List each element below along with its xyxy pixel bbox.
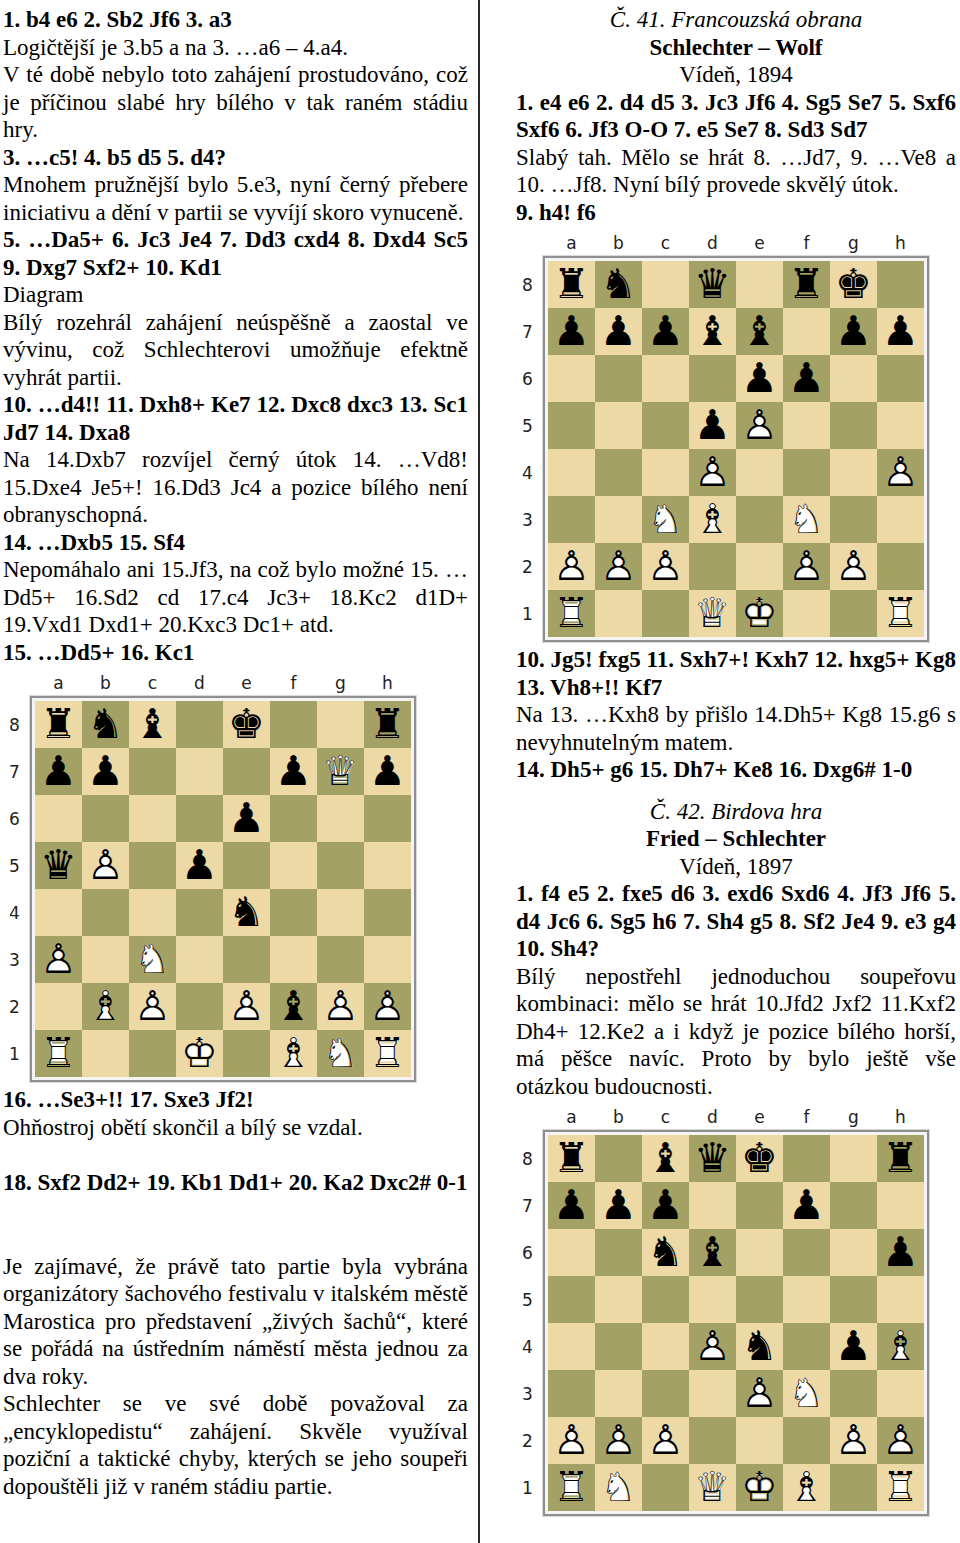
rank-label-5: 5 [518, 402, 543, 449]
square-d8: ♛ [689, 1135, 736, 1182]
file-label-e: e [736, 235, 783, 256]
commentary: Ohňostroj obětí skončil a bílý se vzdal. [3, 1114, 468, 1142]
white-king-icon: ♚♔ [736, 1464, 783, 1511]
white-pawn-icon: ♟♙ [689, 449, 736, 496]
square-g1: ♞♘ [317, 1030, 364, 1077]
move-line: 10. …d4!! 11. Dxh8+ Ke7 12. Dxc8 dxc3 13… [3, 391, 468, 446]
white-rook-icon: ♜♖ [548, 590, 595, 637]
commentary: Bílý rozehrál zahájení neúspěšně a zaost… [3, 309, 468, 392]
file-label-c: c [129, 675, 176, 696]
square-b6 [595, 355, 642, 402]
black-rook-icon: ♜ [877, 1135, 924, 1182]
square-a7: ♟ [548, 1182, 595, 1229]
black-knight-icon: ♞ [642, 1229, 689, 1276]
black-pawn-icon: ♟ [689, 402, 736, 449]
black-pawn-icon: ♟ [642, 1182, 689, 1229]
game-number-heading: Č. 41. Francouzská obrana [516, 6, 956, 34]
file-label-b: b [595, 235, 642, 256]
square-h3 [877, 1370, 924, 1417]
white-pawn-icon: ♟♙ [548, 1417, 595, 1464]
square-g2: ♟♙ [830, 1417, 877, 1464]
move-line: 18. Sxf2 Dd2+ 19. Kb1 Dd1+ 20. Ka2 Dxc2#… [3, 1169, 468, 1197]
black-pawn-icon: ♟ [548, 1182, 595, 1229]
square-h3 [877, 496, 924, 543]
file-labels: abcdefgh [548, 230, 956, 256]
square-b2: ♝♗ [82, 983, 129, 1030]
square-f8 [783, 1135, 830, 1182]
black-pawn-icon: ♟ [877, 308, 924, 355]
square-f1 [783, 590, 830, 637]
file-label-f: f [783, 235, 830, 256]
square-h6: ♟ [877, 1229, 924, 1276]
square-b7: ♟ [82, 748, 129, 795]
rank-labels: 87654321 [518, 1130, 543, 1516]
square-d4: ♟♙ [689, 1323, 736, 1370]
white-bishop-icon: ♝♗ [270, 1030, 317, 1077]
black-pawn-icon: ♟ [223, 795, 270, 842]
square-c4 [129, 889, 176, 936]
square-d2 [176, 983, 223, 1030]
square-d7 [176, 748, 223, 795]
result-line: 14. Dh5+ g6 15. Dh7+ Ke8 16. Dxg6# 1-0 [516, 756, 956, 784]
white-pawn-icon: ♟♙ [548, 543, 595, 590]
rank-label-6: 6 [518, 355, 543, 402]
commentary: Je zajímavé, že právě tato partie byla v… [3, 1253, 468, 1391]
white-pawn-icon: ♟♙ [642, 1417, 689, 1464]
square-b2: ♟♙ [595, 1417, 642, 1464]
square-e3 [223, 936, 270, 983]
square-g7: ♛♕ [317, 748, 364, 795]
square-g5 [317, 842, 364, 889]
white-bishop-icon: ♝♗ [783, 1464, 830, 1511]
square-g5 [830, 1276, 877, 1323]
white-pawn-icon: ♟♙ [223, 983, 270, 1030]
rank-label-6: 6 [5, 795, 30, 842]
black-rook-icon: ♜ [548, 261, 595, 308]
square-e3 [736, 496, 783, 543]
file-label-e: e [736, 1109, 783, 1130]
white-pawn-icon: ♟♙ [317, 983, 364, 1030]
white-pawn-icon: ♟♙ [877, 1417, 924, 1464]
rank-labels: 87654321 [518, 256, 543, 642]
white-pawn-icon: ♟♙ [595, 543, 642, 590]
square-f2 [783, 1417, 830, 1464]
white-queen-icon: ♛♕ [689, 1464, 736, 1511]
rank-label-2: 2 [5, 983, 30, 1030]
file-label-b: b [82, 675, 129, 696]
square-a8: ♜ [35, 701, 82, 748]
square-e1: ♚♔ [736, 1464, 783, 1511]
square-g4 [317, 889, 364, 936]
square-c3: ♞♘ [642, 496, 689, 543]
rank-label-1: 1 [518, 1464, 543, 1511]
move-line: 3. …c5! 4. b5 d5 5. d4? [3, 144, 468, 172]
square-b3 [82, 936, 129, 983]
white-queen-icon: ♛♕ [689, 590, 736, 637]
square-e1: ♚♔ [736, 590, 783, 637]
white-rook-icon: ♜♖ [364, 1030, 411, 1077]
square-h5 [364, 842, 411, 889]
left-column: 1. b4 e6 2. Sb2 Jf6 3. a3 Logičtější je … [3, 0, 468, 1500]
square-f1: ♝♗ [270, 1030, 317, 1077]
square-a1: ♜♖ [548, 590, 595, 637]
square-e8 [736, 261, 783, 308]
square-h4 [364, 889, 411, 936]
square-b6 [595, 1229, 642, 1276]
square-b2: ♟♙ [595, 543, 642, 590]
square-e4 [736, 449, 783, 496]
square-f5 [783, 1276, 830, 1323]
white-pawn-icon: ♟♙ [830, 1417, 877, 1464]
square-h4: ♝♗ [877, 1323, 924, 1370]
white-rook-icon: ♜♖ [877, 590, 924, 637]
square-b5 [595, 1276, 642, 1323]
square-e6 [736, 1229, 783, 1276]
square-e4: ♞ [223, 889, 270, 936]
white-king-icon: ♚♔ [736, 590, 783, 637]
square-h1: ♜♖ [364, 1030, 411, 1077]
square-d4: ♟♙ [689, 449, 736, 496]
white-pawn-icon: ♟♙ [689, 1323, 736, 1370]
file-label-d: d [689, 235, 736, 256]
square-d5 [689, 1276, 736, 1323]
square-a3 [548, 496, 595, 543]
file-label-h: h [877, 235, 924, 256]
right-column: Č. 41. Francouzská obrana Schlechter – W… [516, 0, 956, 1520]
square-c8 [642, 261, 689, 308]
square-d1: ♛♕ [689, 1464, 736, 1511]
square-c6 [642, 355, 689, 402]
commentary: Mnohem pružnější bylo 5.e3, nyní černý p… [3, 171, 468, 226]
square-d2 [689, 1417, 736, 1464]
square-f1: ♝♗ [783, 1464, 830, 1511]
square-e5 [736, 1276, 783, 1323]
white-knight-icon: ♞♘ [783, 1370, 830, 1417]
black-queen-icon: ♛ [689, 1135, 736, 1182]
square-e8: ♚ [223, 701, 270, 748]
square-a5: ♛ [35, 842, 82, 889]
square-a4 [35, 889, 82, 936]
square-c8: ♝ [642, 1135, 689, 1182]
black-bishop-icon: ♝ [642, 1135, 689, 1182]
square-e3: ♟♙ [736, 1370, 783, 1417]
white-pawn-icon: ♟♙ [595, 1417, 642, 1464]
square-e6: ♟ [223, 795, 270, 842]
white-pawn-icon: ♟♙ [877, 449, 924, 496]
square-c6 [129, 795, 176, 842]
white-knight-icon: ♞♘ [642, 496, 689, 543]
square-f7 [783, 308, 830, 355]
black-knight-icon: ♞ [595, 261, 642, 308]
move-line: 10. Jg5! fxg5 11. Sxh7+! Kxh7 12. hxg5+ … [516, 646, 956, 701]
square-c2: ♟♙ [642, 543, 689, 590]
square-g4 [830, 449, 877, 496]
file-label-a: a [548, 235, 595, 256]
white-bishop-icon: ♝♗ [82, 983, 129, 1030]
square-c8: ♝ [129, 701, 176, 748]
black-knight-icon: ♞ [82, 701, 129, 748]
square-h2: ♟♙ [364, 983, 411, 1030]
move-line: 16. …Se3+!! 17. Sxe3 Jf2! [3, 1086, 468, 1114]
chess-diagram-1: abcdefgh87654321♜♞♝♚♜♟♟♟♛♕♟♟♛♟♙♟♞♟♙♞♘♝♗♟… [5, 670, 468, 1082]
square-h7 [877, 1182, 924, 1229]
square-f2: ♟♙ [783, 543, 830, 590]
square-c5 [642, 402, 689, 449]
white-rook-icon: ♜♖ [548, 1464, 595, 1511]
black-pawn-icon: ♟ [830, 308, 877, 355]
square-e7: ♝ [736, 308, 783, 355]
move-line: 1. f4 e5 2. fxe5 d6 3. exd6 Sxd6 4. Jf3 … [516, 880, 956, 963]
rank-label-3: 3 [518, 496, 543, 543]
square-b8 [595, 1135, 642, 1182]
square-a2: ♟♙ [548, 543, 595, 590]
square-c1 [642, 590, 689, 637]
file-label-h: h [877, 1109, 924, 1130]
white-pawn-icon: ♟♙ [82, 842, 129, 889]
square-h7: ♟ [877, 308, 924, 355]
square-d1: ♚♔ [176, 1030, 223, 1077]
venue-line: Vídeň, 1894 [516, 61, 956, 89]
rank-label-5: 5 [518, 1276, 543, 1323]
square-d3 [689, 1370, 736, 1417]
chess-diagram-3: abcdefgh87654321♜♝♛♚♜♟♟♟♟♞♝♟♟♙♞♟♝♗♟♙♞♘♟♙… [518, 1104, 956, 1516]
square-a5 [548, 402, 595, 449]
black-bishop-icon: ♝ [736, 308, 783, 355]
black-pawn-icon: ♟ [783, 355, 830, 402]
black-bishop-icon: ♝ [689, 308, 736, 355]
square-g2: ♟♙ [830, 543, 877, 590]
square-c7: ♟ [642, 308, 689, 355]
square-g6 [830, 1229, 877, 1276]
board-grid: ♜♝♛♚♜♟♟♟♟♞♝♟♟♙♞♟♝♗♟♙♞♘♟♙♟♙♟♙♟♙♟♙♜♖♞♘♛♕♚♔… [543, 1130, 929, 1516]
square-f7: ♟ [270, 748, 317, 795]
square-a1: ♜♖ [35, 1030, 82, 1077]
square-d5: ♟ [689, 402, 736, 449]
square-f5 [783, 402, 830, 449]
black-queen-icon: ♛ [35, 842, 82, 889]
rank-label-3: 3 [5, 936, 30, 983]
file-label-c: c [642, 1109, 689, 1130]
white-king-icon: ♚♔ [176, 1030, 223, 1077]
rank-label-2: 2 [518, 1417, 543, 1464]
black-queen-icon: ♛ [689, 261, 736, 308]
black-bishop-icon: ♝ [689, 1229, 736, 1276]
square-c2: ♟♙ [642, 1417, 689, 1464]
square-c7 [129, 748, 176, 795]
square-a6 [548, 355, 595, 402]
white-pawn-icon: ♟♙ [129, 983, 176, 1030]
black-bishop-icon: ♝ [129, 701, 176, 748]
column-divider [478, 0, 480, 1543]
square-e6: ♟ [736, 355, 783, 402]
file-label-c: c [642, 235, 689, 256]
rank-label-8: 8 [518, 1135, 543, 1182]
square-h5 [877, 1276, 924, 1323]
white-pawn-icon: ♟♙ [736, 402, 783, 449]
file-label-f: f [783, 1109, 830, 1130]
rank-label-4: 4 [518, 1323, 543, 1370]
file-label-h: h [364, 675, 411, 696]
rank-labels: 87654321 [5, 696, 30, 1082]
square-f4 [783, 1323, 830, 1370]
square-d4 [176, 889, 223, 936]
commentary: Schlechter se ve své době považoval za „… [3, 1390, 468, 1500]
square-f2: ♝ [270, 983, 317, 1030]
file-label-d: d [176, 675, 223, 696]
square-g4: ♟ [830, 1323, 877, 1370]
file-labels: abcdefgh [35, 670, 468, 696]
square-h8: ♜ [364, 701, 411, 748]
white-pawn-icon: ♟♙ [736, 1370, 783, 1417]
rank-label-4: 4 [518, 449, 543, 496]
commentary: Logičtější je 3.b5 a na 3. …a6 – 4.a4. [3, 34, 468, 62]
square-c5 [642, 1276, 689, 1323]
white-rook-icon: ♜♖ [35, 1030, 82, 1077]
commentary: Na 14.Dxb7 rozvíjel černý útok 14. …Vd8!… [3, 446, 468, 529]
square-d6 [689, 355, 736, 402]
black-pawn-icon: ♟ [877, 1229, 924, 1276]
commentary: V té době nebylo toto zahájení prostudov… [3, 61, 468, 144]
square-b4 [595, 1323, 642, 1370]
square-f7: ♟ [783, 1182, 830, 1229]
square-d5: ♟ [176, 842, 223, 889]
file-label-d: d [689, 1109, 736, 1130]
black-rook-icon: ♜ [35, 701, 82, 748]
square-c1 [642, 1464, 689, 1511]
square-a8: ♜ [548, 1135, 595, 1182]
board-grid: ♜♞♛♜♚♟♟♟♝♝♟♟♟♟♟♟♙♟♙♟♙♞♘♝♗♞♘♟♙♟♙♟♙♟♙♟♙♜♖♛… [543, 256, 929, 642]
square-a4 [548, 449, 595, 496]
file-label-g: g [830, 235, 877, 256]
square-a4 [548, 1323, 595, 1370]
move-line: 5. …Da5+ 6. Jc3 Je4 7. Dd3 cxd4 8. Dxd4 … [3, 226, 468, 281]
square-c3: ♞♘ [129, 936, 176, 983]
diagram-note: Diagram [3, 281, 468, 309]
white-rook-icon: ♜♖ [877, 1464, 924, 1511]
square-g6 [830, 355, 877, 402]
square-a2: ♟♙ [548, 1417, 595, 1464]
move-line: 1. b4 e6 2. Sb2 Jf6 3. a3 [3, 6, 468, 34]
square-e2 [736, 543, 783, 590]
commentary: Nepomáhalo ani 15.Jf3, na což bylo možné… [3, 556, 468, 639]
square-f4 [270, 889, 317, 936]
square-d6 [176, 795, 223, 842]
square-c1 [129, 1030, 176, 1077]
square-b8: ♞ [82, 701, 129, 748]
rank-label-2: 2 [518, 543, 543, 590]
square-c2: ♟♙ [129, 983, 176, 1030]
square-b3 [595, 496, 642, 543]
black-king-icon: ♚ [736, 1135, 783, 1182]
square-h6 [877, 355, 924, 402]
rank-label-8: 8 [5, 701, 30, 748]
file-label-g: g [830, 1109, 877, 1130]
square-d6: ♝ [689, 1229, 736, 1276]
square-g3 [830, 496, 877, 543]
commentary: Na 13. …Kxh8 by přišlo 14.Dh5+ Kg8 15.g6… [516, 701, 956, 756]
black-king-icon: ♚ [223, 701, 270, 748]
white-knight-icon: ♞♘ [129, 936, 176, 983]
square-a1: ♜♖ [548, 1464, 595, 1511]
black-knight-icon: ♞ [223, 889, 270, 936]
black-king-icon: ♚ [830, 261, 877, 308]
black-rook-icon: ♜ [548, 1135, 595, 1182]
board-grid: ♜♞♝♚♜♟♟♟♛♕♟♟♛♟♙♟♞♟♙♞♘♝♗♟♙♟♙♝♟♙♟♙♜♖♚♔♝♗♞♘… [30, 696, 416, 1082]
file-label-a: a [35, 675, 82, 696]
square-e5: ♟♙ [736, 402, 783, 449]
black-pawn-icon: ♟ [736, 355, 783, 402]
commentary: Slabý tah. Mělo se hrát 8. …Jd7, 9. …Ve8… [516, 144, 956, 199]
square-g8 [830, 1135, 877, 1182]
square-d7: ♝ [689, 308, 736, 355]
square-f8 [270, 701, 317, 748]
square-e7 [736, 1182, 783, 1229]
black-rook-icon: ♜ [364, 701, 411, 748]
rank-label-8: 8 [518, 261, 543, 308]
rank-label-7: 7 [518, 1182, 543, 1229]
black-pawn-icon: ♟ [35, 748, 82, 795]
white-pawn-icon: ♟♙ [35, 936, 82, 983]
black-pawn-icon: ♟ [830, 1323, 877, 1370]
black-pawn-icon: ♟ [364, 748, 411, 795]
file-label-f: f [270, 675, 317, 696]
square-f5 [270, 842, 317, 889]
square-h8 [877, 261, 924, 308]
square-a2 [35, 983, 82, 1030]
black-pawn-icon: ♟ [595, 1182, 642, 1229]
square-b3 [595, 1370, 642, 1417]
black-pawn-icon: ♟ [548, 308, 595, 355]
file-label-a: a [548, 1109, 595, 1130]
square-b4 [595, 449, 642, 496]
square-f6 [783, 1229, 830, 1276]
black-pawn-icon: ♟ [176, 842, 223, 889]
square-h2 [877, 543, 924, 590]
square-f8: ♜ [783, 261, 830, 308]
file-labels: abcdefgh [548, 1104, 956, 1130]
square-b5 [595, 402, 642, 449]
square-h2: ♟♙ [877, 1417, 924, 1464]
square-f6: ♟ [783, 355, 830, 402]
white-bishop-icon: ♝♗ [689, 496, 736, 543]
square-a7: ♟ [548, 308, 595, 355]
black-pawn-icon: ♟ [783, 1182, 830, 1229]
white-queen-icon: ♛♕ [317, 748, 364, 795]
rank-label-7: 7 [5, 748, 30, 795]
square-g5 [830, 402, 877, 449]
square-c4 [642, 449, 689, 496]
square-e2: ♟♙ [223, 983, 270, 1030]
square-e5 [223, 842, 270, 889]
square-h3 [364, 936, 411, 983]
venue-line: Vídeň, 1897 [516, 853, 956, 881]
square-b5: ♟♙ [82, 842, 129, 889]
file-label-e: e [223, 675, 270, 696]
square-g2: ♟♙ [317, 983, 364, 1030]
square-e7 [223, 748, 270, 795]
move-line: 14. …Dxb5 15. Sf4 [3, 529, 468, 557]
black-pawn-icon: ♟ [642, 308, 689, 355]
black-rook-icon: ♜ [783, 261, 830, 308]
square-g1 [830, 590, 877, 637]
rank-label-3: 3 [518, 1370, 543, 1417]
commentary: Bílý nepostřehl jednoduchou soupeřovu ko… [516, 963, 956, 1101]
file-label-g: g [317, 675, 364, 696]
square-d3: ♝♗ [689, 496, 736, 543]
square-c4 [642, 1323, 689, 1370]
square-e1 [223, 1030, 270, 1077]
square-f3 [270, 936, 317, 983]
